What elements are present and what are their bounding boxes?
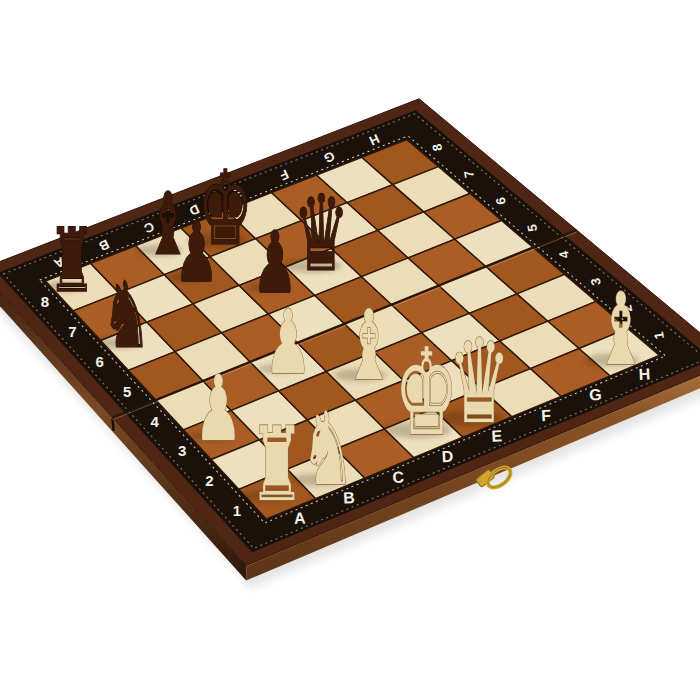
piece-white-king-d1[interactable]: ♚ [384, 323, 459, 462]
chessboard[interactable]: AABBCCDDEEFFGGHH8877665544332211 ♚♝♛♟♜♟♞… [0, 0, 700, 700]
piece-white-bishop-h1[interactable]: ♝ [585, 271, 648, 389]
piece-glyph-king: ♚ [394, 323, 458, 462]
chess-set-photo: AABBCCDDEEFFGGHH8877665544332211 ♚♝♛♟♜♟♞… [0, 0, 700, 700]
coord-left-8: 8 [41, 293, 49, 310]
coord-near-C: C [392, 468, 405, 486]
piece-glyph-rook: ♜ [250, 405, 305, 524]
piece-glyph-pawn: ♟ [264, 290, 312, 393]
piece-glyph-queen: ♛ [293, 173, 350, 294]
coord-left-3: 3 [178, 442, 186, 459]
piece-glyph-pawn: ♟ [194, 356, 243, 462]
piece-glyph-knight: ♞ [102, 262, 151, 369]
piece-white-pawn-a3[interactable]: ♟ [188, 356, 242, 462]
coord-left-7: 7 [68, 323, 76, 340]
piece-white-rook-a1[interactable]: ♜ [243, 405, 304, 524]
piece-glyph-bishop: ♝ [594, 271, 648, 389]
piece-glyph-knight: ♞ [301, 389, 356, 508]
coord-left-1: 1 [233, 502, 241, 519]
piece-glyph-bishop: ♝ [343, 289, 395, 402]
coord-left-5: 5 [123, 383, 131, 400]
piece-glyph-rook: ♜ [48, 210, 95, 312]
piece-white-bishop-d3[interactable]: ♝ [334, 289, 395, 402]
piece-black-rook-a8[interactable]: ♜ [42, 210, 96, 312]
coord-near-G: G [589, 386, 602, 404]
piece-black-pawn-c7[interactable]: ♟ [169, 204, 220, 301]
hinge-gap-side [113, 419, 114, 431]
coord-left-2: 2 [205, 472, 213, 489]
coord-left-4: 4 [150, 413, 159, 430]
coord-near-F: F [541, 407, 552, 425]
piece-white-pawn-c4[interactable]: ♟ [259, 290, 312, 393]
piece-black-knight-a6[interactable]: ♞ [94, 262, 151, 369]
piece-glyph-pawn: ♟ [174, 204, 219, 301]
